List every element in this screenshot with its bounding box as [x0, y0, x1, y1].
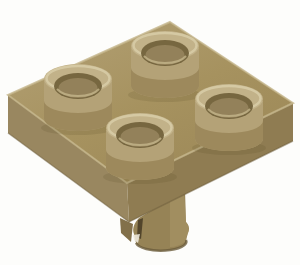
lego-part-photo	[0, 0, 300, 265]
lego-plate-render	[0, 0, 300, 265]
stud-left	[41, 64, 115, 135]
stud-back	[128, 31, 202, 102]
stud-right	[192, 84, 266, 155]
stud-front	[103, 113, 177, 184]
product-photo-stage	[0, 0, 300, 265]
